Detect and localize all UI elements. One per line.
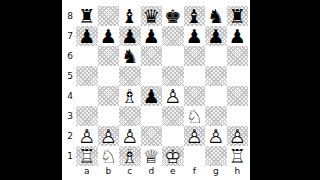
square-h5[interactable] (227, 66, 249, 86)
square-e6[interactable] (162, 46, 184, 66)
black-P-piece: ♟ (141, 86, 163, 106)
square-d3[interactable] (141, 106, 163, 126)
square-b6[interactable] (98, 46, 120, 66)
black-P-piece: ♟ (76, 26, 98, 46)
rank-label-4: 4 (62, 86, 75, 106)
square-f4[interactable] (184, 86, 206, 106)
square-e1[interactable]: ♚♔ (162, 146, 184, 166)
square-e4[interactable]: ♟♙ (162, 86, 184, 106)
square-c2[interactable]: ♟♙ (119, 126, 141, 146)
square-g1[interactable] (205, 146, 227, 166)
square-a7[interactable]: ♟ (76, 26, 98, 46)
square-e5[interactable] (162, 66, 184, 86)
square-e2[interactable] (162, 126, 184, 146)
square-c3[interactable] (119, 106, 141, 126)
rank-label-5: 5 (62, 66, 75, 86)
square-d4[interactable]: ♟ (141, 86, 163, 106)
white-B-piece: ♗ (119, 86, 141, 106)
white-Q-piece: ♕ (141, 146, 163, 166)
square-b5[interactable] (98, 66, 120, 86)
square-d7[interactable]: ♟ (141, 26, 163, 46)
square-g6[interactable] (205, 46, 227, 66)
file-label-g: g (205, 165, 227, 178)
white-P-piece: ♙ (205, 126, 227, 146)
black-N-piece: ♞ (119, 46, 141, 66)
black-P-piece: ♟ (119, 26, 141, 46)
black-P-piece: ♟ (205, 26, 227, 46)
square-h4[interactable] (227, 86, 249, 106)
white-N-piece: ♘ (98, 146, 120, 166)
white-K-piece: ♔ (162, 146, 184, 166)
square-e3[interactable] (162, 106, 184, 126)
rank-label-6: 6 (62, 46, 75, 66)
white-P-piece: ♙ (184, 126, 206, 146)
left-black-bar (0, 0, 62, 180)
square-h1[interactable]: ♜♖ (227, 146, 249, 166)
white-P-piece: ♙ (76, 126, 98, 146)
black-K-piece: ♚ (162, 6, 184, 26)
black-P-piece: ♟ (227, 26, 249, 46)
white-P-piece: ♙ (119, 126, 141, 146)
square-f8[interactable]: ♝ (184, 6, 206, 26)
square-d2[interactable] (141, 126, 163, 146)
white-R-piece: ♖ (227, 146, 249, 166)
white-N-piece: ♘ (184, 106, 206, 126)
square-d6[interactable] (141, 46, 163, 66)
square-f5[interactable] (184, 66, 206, 86)
square-f6[interactable] (184, 46, 206, 66)
square-b1[interactable]: ♞♘ (98, 146, 120, 166)
square-b3[interactable] (98, 106, 120, 126)
square-c6[interactable]: ♞ (119, 46, 141, 66)
square-a4[interactable] (76, 86, 98, 106)
square-c1[interactable]: ♝♗ (119, 146, 141, 166)
white-R-piece: ♖ (76, 146, 98, 166)
file-label-h: h (227, 165, 249, 178)
square-g2[interactable]: ♟♙ (205, 126, 227, 146)
square-g7[interactable]: ♟ (205, 26, 227, 46)
rank-labels: 87654321 (62, 6, 75, 166)
square-g8[interactable]: ♞ (205, 6, 227, 26)
square-d8[interactable]: ♛ (141, 6, 163, 26)
white-P-piece: ♙ (98, 126, 120, 146)
rank-label-1: 1 (62, 146, 75, 166)
square-h6[interactable] (227, 46, 249, 66)
square-b2[interactable]: ♟♙ (98, 126, 120, 146)
chess-board: ♜♝♛♚♝♞♜♟♟♟♟♟♟♟♞♝♗♟♟♙♞♘♟♙♟♙♟♙♟♙♟♙♟♙♜♖♞♘♝♗… (76, 6, 248, 166)
file-label-b: b (98, 165, 120, 178)
square-h7[interactable]: ♟ (227, 26, 249, 46)
file-label-c: c (119, 165, 141, 178)
square-h8[interactable]: ♜ (227, 6, 249, 26)
square-b7[interactable]: ♟ (98, 26, 120, 46)
black-N-piece: ♞ (205, 6, 227, 26)
square-e8[interactable]: ♚ (162, 6, 184, 26)
square-a8[interactable]: ♜ (76, 6, 98, 26)
square-c8[interactable]: ♝ (119, 6, 141, 26)
square-a5[interactable] (76, 66, 98, 86)
square-f7[interactable]: ♟ (184, 26, 206, 46)
file-labels: abcdefgh (76, 165, 248, 178)
square-c7[interactable]: ♟ (119, 26, 141, 46)
square-e7[interactable] (162, 26, 184, 46)
black-R-piece: ♜ (76, 6, 98, 26)
square-h2[interactable]: ♟♙ (227, 126, 249, 146)
square-h3[interactable] (227, 106, 249, 126)
square-g3[interactable] (205, 106, 227, 126)
square-f1[interactable] (184, 146, 206, 166)
square-f2[interactable]: ♟♙ (184, 126, 206, 146)
rank-label-3: 3 (62, 106, 75, 126)
black-R-piece: ♜ (227, 6, 249, 26)
black-Q-piece: ♛ (141, 6, 163, 26)
black-P-piece: ♟ (184, 26, 206, 46)
white-P-piece: ♙ (162, 86, 184, 106)
square-g5[interactable] (205, 66, 227, 86)
square-b8[interactable] (98, 6, 120, 26)
square-f3[interactable]: ♞♘ (184, 106, 206, 126)
file-label-d: d (141, 165, 163, 178)
square-d1[interactable]: ♛♕ (141, 146, 163, 166)
file-label-e: e (162, 165, 184, 178)
square-a3[interactable] (76, 106, 98, 126)
square-a6[interactable] (76, 46, 98, 66)
file-label-f: f (184, 165, 206, 178)
rank-label-7: 7 (62, 26, 75, 46)
black-B-piece: ♝ (184, 6, 206, 26)
square-c5[interactable] (119, 66, 141, 86)
square-d5[interactable] (141, 66, 163, 86)
square-c4[interactable]: ♝♗ (119, 86, 141, 106)
rank-label-2: 2 (62, 126, 75, 146)
file-label-a: a (76, 165, 98, 178)
square-g4[interactable] (205, 86, 227, 106)
rank-label-8: 8 (62, 6, 75, 26)
black-P-piece: ♟ (98, 26, 120, 46)
white-P-piece: ♙ (227, 126, 249, 146)
black-B-piece: ♝ (119, 6, 141, 26)
square-a1[interactable]: ♜♖ (76, 146, 98, 166)
chess-diagram-panel: 87654321 ♜♝♛♚♝♞♜♟♟♟♟♟♟♟♞♝♗♟♟♙♞♘♟♙♟♙♟♙♟♙♟… (62, 0, 250, 180)
square-a2[interactable]: ♟♙ (76, 126, 98, 146)
right-black-bar (250, 0, 320, 180)
square-b4[interactable] (98, 86, 120, 106)
white-B-piece: ♗ (119, 146, 141, 166)
black-P-piece: ♟ (141, 26, 163, 46)
